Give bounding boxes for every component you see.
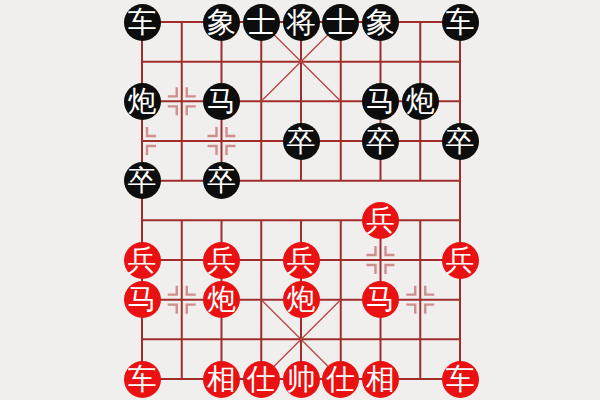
piece-black-cannon[interactable]: 炮: [124, 83, 161, 120]
piece-black-general[interactable]: 将: [283, 4, 320, 41]
piece-black-advisor[interactable]: 士: [322, 4, 359, 41]
piece-black-cannon[interactable]: 炮: [402, 83, 439, 120]
piece-black-soldier[interactable]: 卒: [283, 123, 320, 160]
piece-red-king[interactable]: 帅: [283, 361, 320, 398]
piece-red-cannon[interactable]: 炮: [283, 281, 320, 318]
piece-red-elephant[interactable]: 相: [362, 361, 399, 398]
piece-black-advisor[interactable]: 士: [243, 4, 280, 41]
piece-black-rook[interactable]: 车: [124, 4, 161, 41]
piece-black-soldier[interactable]: 卒: [203, 162, 240, 199]
piece-red-soldier[interactable]: 兵: [203, 242, 240, 279]
piece-red-advisor[interactable]: 仕: [322, 361, 359, 398]
piece-black-soldier[interactable]: 卒: [362, 123, 399, 160]
piece-red-soldier[interactable]: 兵: [362, 202, 399, 239]
piece-black-horse[interactable]: 马: [362, 83, 399, 120]
piece-black-rook[interactable]: 车: [442, 4, 479, 41]
piece-red-advisor[interactable]: 仕: [243, 361, 280, 398]
piece-layer: 车象士将士象车炮马马炮卒卒卒卒卒兵兵兵兵兵马炮炮马车相仕帅仕相车: [0, 0, 600, 400]
piece-black-soldier[interactable]: 卒: [124, 162, 161, 199]
piece-red-horse[interactable]: 马: [124, 281, 161, 318]
piece-black-horse[interactable]: 马: [203, 83, 240, 120]
piece-red-soldier[interactable]: 兵: [442, 242, 479, 279]
piece-red-elephant[interactable]: 相: [203, 361, 240, 398]
piece-red-cannon[interactable]: 炮: [203, 281, 240, 318]
piece-red-rook[interactable]: 车: [442, 361, 479, 398]
piece-red-soldier[interactable]: 兵: [124, 242, 161, 279]
piece-red-horse[interactable]: 马: [362, 281, 399, 318]
piece-black-soldier[interactable]: 卒: [442, 123, 479, 160]
piece-black-elephant[interactable]: 象: [203, 4, 240, 41]
piece-red-soldier[interactable]: 兵: [283, 242, 320, 279]
piece-black-elephant[interactable]: 象: [362, 4, 399, 41]
piece-red-rook[interactable]: 车: [124, 361, 161, 398]
xiangqi-board: 车象士将士象车炮马马炮卒卒卒卒卒兵兵兵兵兵马炮炮马车相仕帅仕相车: [0, 0, 600, 400]
